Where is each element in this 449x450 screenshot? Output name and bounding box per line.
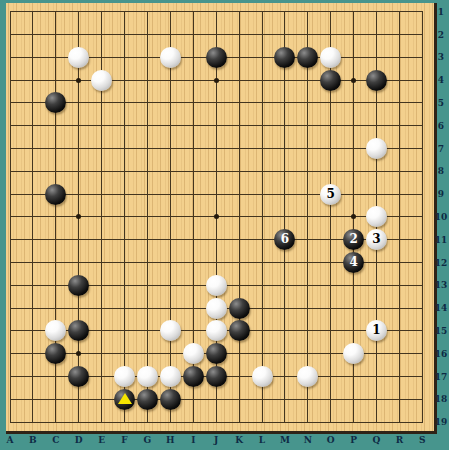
- stone-white-H3: [160, 47, 181, 68]
- stone-white-H17: [160, 366, 181, 387]
- move-number-6: 6: [281, 233, 289, 245]
- column-label-Q: Q: [370, 433, 384, 447]
- column-label-M: M: [278, 433, 292, 447]
- row-label-1: 1: [433, 7, 449, 17]
- column-label-B: B: [26, 433, 40, 447]
- column-label-S: S: [415, 433, 429, 447]
- row-label-2: 2: [433, 30, 449, 40]
- stone-black-Q4: [366, 70, 387, 91]
- stone-white-O9: 5: [320, 184, 341, 205]
- stone-white-D3: [68, 47, 89, 68]
- column-label-D: D: [72, 433, 86, 447]
- stone-black-J17: [206, 366, 227, 387]
- grid-line-vertical: [307, 12, 308, 423]
- stone-white-J13: [206, 275, 227, 296]
- grid-line-vertical: [422, 12, 423, 423]
- grid-line-vertical: [284, 12, 285, 423]
- stone-black-P12: 4: [343, 252, 364, 273]
- row-label-11: 11: [433, 235, 449, 245]
- row-label-13: 13: [433, 280, 449, 290]
- column-label-F: F: [118, 433, 132, 447]
- grid-line-vertical: [399, 12, 400, 423]
- column-label-H: H: [163, 433, 177, 447]
- stone-black-J16: [206, 343, 227, 364]
- stone-black-G18: [137, 389, 158, 410]
- stone-white-F17: [114, 366, 135, 387]
- grid-line-horizontal: [10, 399, 423, 400]
- row-label-19: 19: [433, 417, 449, 427]
- stone-white-E4: [91, 70, 112, 91]
- stone-white-O3: [320, 47, 341, 68]
- move-number-4: 4: [349, 256, 357, 268]
- stone-white-J15: [206, 320, 227, 341]
- move-number-1: 1: [372, 324, 380, 336]
- stone-black-D13: [68, 275, 89, 296]
- column-label-A: A: [3, 433, 17, 447]
- stone-black-K14: [229, 298, 250, 319]
- row-label-10: 10: [433, 212, 449, 222]
- star-point: [214, 78, 219, 83]
- stone-black-H18: [160, 389, 181, 410]
- column-label-N: N: [301, 433, 315, 447]
- stone-black-I17: [183, 366, 204, 387]
- stone-black-O4: [320, 70, 341, 91]
- column-label-K: K: [232, 433, 246, 447]
- column-label-I: I: [186, 433, 200, 447]
- row-label-6: 6: [433, 121, 449, 131]
- grid-line-horizontal: [10, 422, 423, 423]
- column-label-G: G: [140, 433, 154, 447]
- column-label-P: P: [347, 433, 361, 447]
- row-label-8: 8: [433, 166, 449, 176]
- column-label-C: C: [49, 433, 63, 447]
- row-label-15: 15: [433, 326, 449, 336]
- stone-white-Q7: [366, 138, 387, 159]
- stone-white-L17: [252, 366, 273, 387]
- column-label-O: O: [324, 433, 338, 447]
- stone-white-G17: [137, 366, 158, 387]
- stone-black-J3: [206, 47, 227, 68]
- star-point: [351, 78, 356, 83]
- stone-white-I16: [183, 343, 204, 364]
- star-point: [76, 78, 81, 83]
- stone-black-K15: [229, 320, 250, 341]
- row-label-9: 9: [433, 189, 449, 199]
- column-label-J: J: [209, 433, 223, 447]
- stone-black-N3: [297, 47, 318, 68]
- move-number-3: 3: [372, 233, 380, 245]
- row-label-7: 7: [433, 144, 449, 154]
- move-number-5: 5: [327, 188, 335, 200]
- column-label-L: L: [255, 433, 269, 447]
- column-label-R: R: [392, 433, 406, 447]
- row-label-18: 18: [433, 394, 449, 404]
- stone-white-J14: [206, 298, 227, 319]
- triangle-marker: [118, 393, 132, 404]
- row-label-14: 14: [433, 303, 449, 313]
- row-label-5: 5: [433, 98, 449, 108]
- row-label-12: 12: [433, 258, 449, 268]
- go-diagram: 562341ABCDEFGHIJKLMNOPQRS123456789101112…: [0, 0, 449, 450]
- row-label-4: 4: [433, 75, 449, 85]
- row-label-16: 16: [433, 349, 449, 359]
- row-label-17: 17: [433, 372, 449, 382]
- grid-line-vertical: [239, 12, 240, 423]
- move-number-2: 2: [349, 233, 357, 245]
- grid-line-vertical: [262, 12, 263, 423]
- row-label-3: 3: [433, 52, 449, 62]
- column-label-E: E: [95, 433, 109, 447]
- stone-black-C9: [45, 184, 66, 205]
